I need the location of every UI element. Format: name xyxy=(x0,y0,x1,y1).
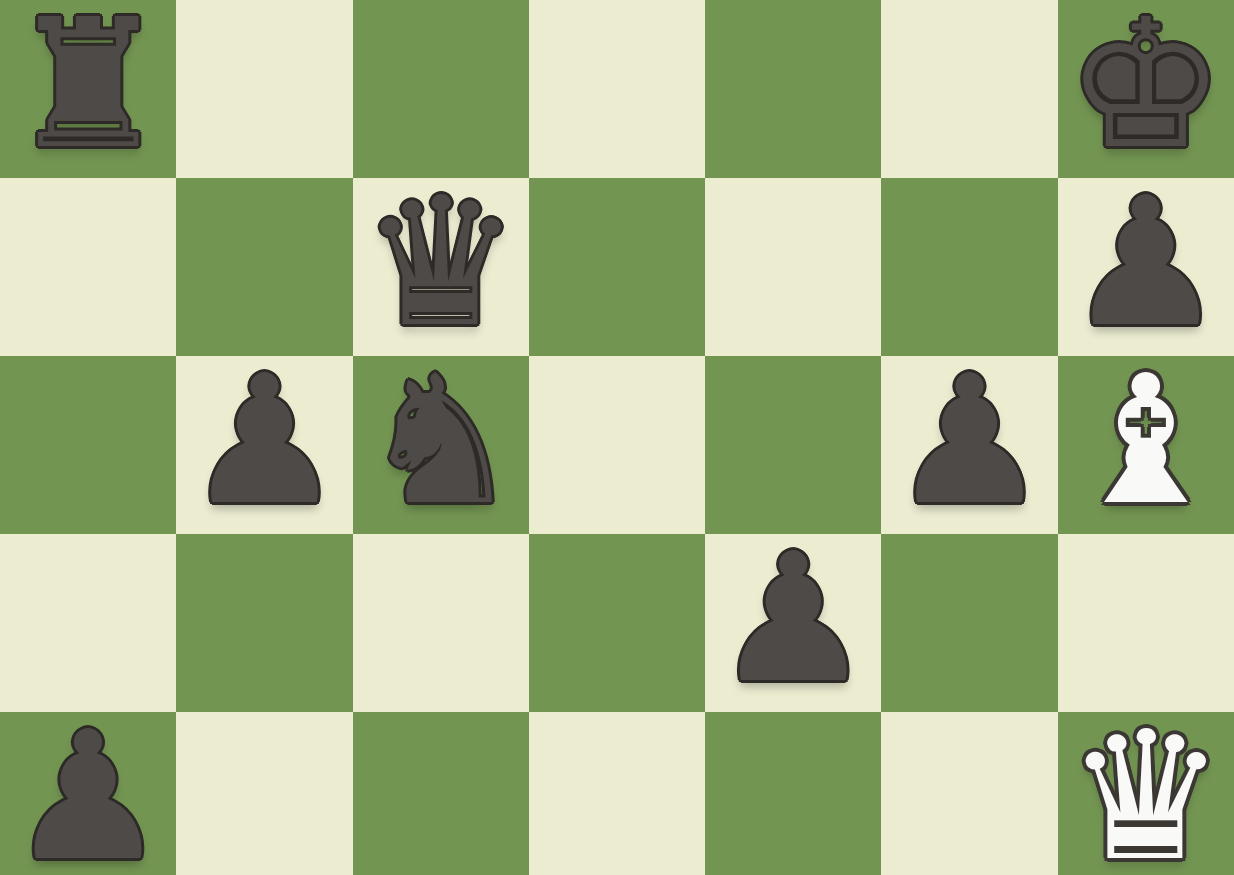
square-e8[interactable] xyxy=(529,0,705,178)
square-d4[interactable] xyxy=(353,712,529,875)
black-pawn[interactable]: ♟ xyxy=(8,708,168,875)
square-c8[interactable] xyxy=(176,0,352,178)
square-g4[interactable] xyxy=(881,712,1057,875)
square-c6[interactable]: ♟ xyxy=(176,356,352,534)
black-knight[interactable]: ♞ xyxy=(361,352,521,530)
black-pawn[interactable]: ♟ xyxy=(1066,174,1226,352)
square-g8[interactable] xyxy=(881,0,1057,178)
white-bishop[interactable]: ♝ xyxy=(1066,352,1226,530)
square-c7[interactable] xyxy=(176,178,352,356)
square-b8[interactable]: ♜ xyxy=(0,0,176,178)
square-h7[interactable]: ♟ xyxy=(1058,178,1234,356)
square-g5[interactable] xyxy=(881,534,1057,712)
black-rook[interactable]: ♜ xyxy=(8,0,168,174)
square-g7[interactable] xyxy=(881,178,1057,356)
square-d8[interactable] xyxy=(353,0,529,178)
square-c4[interactable] xyxy=(176,712,352,875)
square-g6[interactable]: ♟ xyxy=(881,356,1057,534)
square-f8[interactable] xyxy=(705,0,881,178)
square-f7[interactable] xyxy=(705,178,881,356)
square-f6[interactable] xyxy=(705,356,881,534)
square-d5[interactable] xyxy=(353,534,529,712)
square-e5[interactable] xyxy=(529,534,705,712)
square-h8[interactable]: ♚ xyxy=(1058,0,1234,178)
square-h5[interactable] xyxy=(1058,534,1234,712)
square-h4[interactable]: ♛ xyxy=(1058,712,1234,875)
black-pawn[interactable]: ♟ xyxy=(185,352,345,530)
white-queen[interactable]: ♛ xyxy=(1066,708,1226,875)
square-b4[interactable]: ♟ xyxy=(0,712,176,875)
square-c5[interactable] xyxy=(176,534,352,712)
black-king[interactable]: ♚ xyxy=(1066,0,1226,174)
square-f5[interactable]: ♟ xyxy=(705,534,881,712)
square-d7[interactable]: ♛ xyxy=(353,178,529,356)
square-b5[interactable] xyxy=(0,534,176,712)
black-pawn[interactable]: ♟ xyxy=(713,530,873,708)
square-b6[interactable] xyxy=(0,356,176,534)
black-queen[interactable]: ♛ xyxy=(361,174,521,352)
square-e4[interactable] xyxy=(529,712,705,875)
square-e7[interactable] xyxy=(529,178,705,356)
square-e6[interactable] xyxy=(529,356,705,534)
square-h6[interactable]: ♝ xyxy=(1058,356,1234,534)
chess-board: ♜♚♛♟♟♞♟♝♟♟♛ xyxy=(0,0,1234,875)
black-pawn[interactable]: ♟ xyxy=(890,352,1050,530)
square-d6[interactable]: ♞ xyxy=(353,356,529,534)
square-f4[interactable] xyxy=(705,712,881,875)
square-b7[interactable] xyxy=(0,178,176,356)
